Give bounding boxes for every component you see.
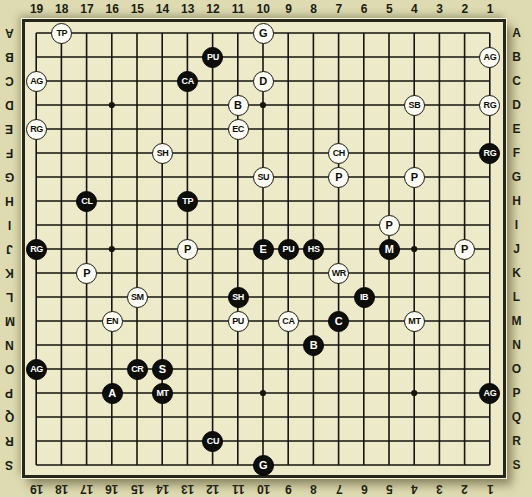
stone-label: AG bbox=[30, 365, 43, 374]
stone-label: RG bbox=[484, 101, 497, 110]
stone-black-C-7M[interactable]: C bbox=[328, 311, 349, 332]
file-labels-top: 19181716151413121110987654321 bbox=[24, 1, 503, 16]
coord-label: 1 bbox=[477, 1, 502, 16]
board-cell-7G: P bbox=[326, 165, 351, 189]
file-labels-bottom: 19181716151413121110987654321 bbox=[24, 481, 503, 496]
stone-white-WR-7K[interactable]: WR bbox=[328, 263, 349, 284]
coord-label: K bbox=[1, 261, 18, 285]
board-cell-7M: C bbox=[326, 309, 351, 333]
stone-white-CA-9M[interactable]: CA bbox=[278, 311, 299, 332]
coord-label: 12 bbox=[200, 1, 225, 16]
coord-label: 12 bbox=[200, 481, 225, 496]
stone-label: E bbox=[260, 244, 267, 255]
stone-black-A-16P[interactable]: A bbox=[102, 383, 123, 404]
board-cell-15L: SM bbox=[125, 285, 150, 309]
stone-label: RG bbox=[30, 245, 43, 254]
coord-label: O bbox=[508, 357, 525, 381]
stone-label: A bbox=[108, 388, 116, 399]
coord-label: 2 bbox=[452, 481, 477, 496]
board-cell-4D: SB bbox=[402, 93, 427, 117]
board-cell-4G: P bbox=[402, 165, 427, 189]
stone-white-P-17K[interactable]: P bbox=[76, 263, 97, 284]
board-cell-13J: P bbox=[175, 237, 200, 261]
board-cell-19J: RG bbox=[24, 237, 49, 261]
coord-label: O bbox=[1, 357, 18, 381]
coord-label: 18 bbox=[49, 481, 74, 496]
coord-label: 16 bbox=[100, 481, 125, 496]
coord-label: 11 bbox=[226, 481, 251, 496]
coord-label: A bbox=[508, 21, 525, 45]
stone-white-MT-4M[interactable]: MT bbox=[404, 311, 425, 332]
stone-black-HS-8J[interactable]: HS bbox=[303, 239, 324, 260]
stone-label: PU bbox=[207, 53, 219, 62]
coord-label: 8 bbox=[301, 1, 326, 16]
coord-label: S bbox=[1, 453, 18, 477]
board-cell-19C: AG bbox=[24, 69, 49, 93]
coord-label: 6 bbox=[351, 1, 376, 16]
stone-white-D-10C[interactable]: D bbox=[253, 71, 274, 92]
stone-label: IB bbox=[360, 293, 368, 302]
stone-label: G bbox=[259, 460, 268, 471]
stone-black-IB-6L[interactable]: IB bbox=[354, 287, 375, 308]
stone-black-SH-11L[interactable]: SH bbox=[228, 287, 249, 308]
board-cell-8J: HS bbox=[301, 237, 326, 261]
coord-label: R bbox=[508, 429, 525, 453]
board-cell-11L: SH bbox=[226, 285, 251, 309]
coord-label: K bbox=[508, 261, 525, 285]
coord-label: 14 bbox=[150, 1, 175, 16]
stone-label: SU bbox=[257, 173, 269, 182]
stone-black-PU-9J[interactable]: PU bbox=[278, 239, 299, 260]
coord-label: 3 bbox=[427, 1, 452, 16]
board-cell-10A: G bbox=[251, 21, 276, 45]
stone-black-CR-15O[interactable]: CR bbox=[127, 359, 148, 380]
coord-label: 3 bbox=[427, 481, 452, 496]
board-cell-1F: RG bbox=[477, 141, 502, 165]
stone-white-EC-11E[interactable]: EC bbox=[228, 119, 249, 140]
stone-label: CL bbox=[81, 197, 92, 206]
coord-label: Q bbox=[508, 405, 525, 429]
stone-label: HS bbox=[308, 245, 320, 254]
stone-label: B bbox=[234, 100, 242, 111]
coord-label: 10 bbox=[251, 1, 276, 16]
stone-black-CL-17H[interactable]: CL bbox=[76, 191, 97, 212]
board-cell-11E: EC bbox=[226, 117, 251, 141]
stone-label: M bbox=[385, 244, 394, 255]
stone-black-RG-19J[interactable]: RG bbox=[26, 239, 47, 260]
coord-label: N bbox=[508, 333, 525, 357]
board-cell-10G: SU bbox=[251, 165, 276, 189]
coord-label: B bbox=[1, 45, 18, 69]
coord-label: 15 bbox=[125, 481, 150, 496]
stone-label: P bbox=[335, 172, 342, 183]
stone-label: RG bbox=[30, 125, 43, 134]
stone-label: CU bbox=[207, 437, 219, 446]
stone-white-AG-19C[interactable]: AG bbox=[26, 71, 47, 92]
stone-white-AG-1B[interactable]: AG bbox=[479, 47, 500, 68]
board-cell-9M: CA bbox=[276, 309, 301, 333]
stone-label: SH bbox=[157, 149, 169, 158]
board-cell-14F: SH bbox=[150, 141, 175, 165]
stone-white-B-11D[interactable]: B bbox=[228, 95, 249, 116]
stone-label: CA bbox=[282, 317, 294, 326]
coord-label: 18 bbox=[49, 1, 74, 16]
coord-label: 9 bbox=[276, 1, 301, 16]
coord-label: C bbox=[508, 69, 525, 93]
board-cell-19O: AG bbox=[24, 357, 49, 381]
board-cell-13H: TP bbox=[175, 189, 200, 213]
stone-label: CH bbox=[333, 149, 345, 158]
stone-label: MT bbox=[156, 389, 168, 398]
coord-label: 7 bbox=[326, 1, 351, 16]
stone-label: PU bbox=[232, 317, 244, 326]
board-cell-7K: WR bbox=[326, 261, 351, 285]
board-cell-5J: M bbox=[377, 237, 402, 261]
stone-white-G-10A[interactable]: G bbox=[253, 23, 274, 44]
coord-label: D bbox=[508, 93, 525, 117]
stone-label: P bbox=[461, 244, 468, 255]
coord-label: 14 bbox=[150, 481, 175, 496]
coord-label: R bbox=[1, 429, 18, 453]
stone-label: RG bbox=[484, 149, 497, 158]
stone-label: AG bbox=[484, 389, 497, 398]
stone-black-CU-12R[interactable]: CU bbox=[202, 431, 223, 452]
stone-label: P bbox=[184, 244, 191, 255]
coord-label: C bbox=[1, 69, 18, 93]
stone-label: CA bbox=[182, 77, 194, 86]
coord-label: F bbox=[508, 141, 525, 165]
coord-label: 1 bbox=[477, 481, 502, 496]
coord-label: 4 bbox=[402, 481, 427, 496]
coord-label: E bbox=[508, 117, 525, 141]
coord-label: P bbox=[508, 381, 525, 405]
coord-label: 10 bbox=[251, 481, 276, 496]
stone-label: C bbox=[335, 316, 343, 327]
stone-black-PU-12B[interactable]: PU bbox=[202, 47, 223, 68]
stone-label: P bbox=[83, 268, 90, 279]
coord-label: N bbox=[1, 333, 18, 357]
board-cell-17K: P bbox=[74, 261, 99, 285]
stone-label: D bbox=[259, 76, 267, 87]
stone-label: P bbox=[411, 172, 418, 183]
coord-label: 13 bbox=[175, 481, 200, 496]
board-cell-12R: CU bbox=[200, 429, 225, 453]
board-cell-10S: G bbox=[251, 453, 276, 477]
stone-black-AG-1P[interactable]: AG bbox=[479, 383, 500, 404]
stone-black-CA-13C[interactable]: CA bbox=[177, 71, 198, 92]
coord-label: 19 bbox=[24, 481, 49, 496]
stone-black-S-14O[interactable]: S bbox=[152, 359, 173, 380]
stone-label: P bbox=[386, 220, 393, 231]
stone-black-B-8N[interactable]: B bbox=[303, 335, 324, 356]
coord-label: B bbox=[508, 45, 525, 69]
stone-white-CH-7F[interactable]: CH bbox=[328, 143, 349, 164]
stone-label: AG bbox=[30, 77, 43, 86]
board-cell-14O: S bbox=[150, 357, 175, 381]
stone-black-G-10S[interactable]: G bbox=[253, 455, 274, 476]
board-cell-4M: MT bbox=[402, 309, 427, 333]
stone-label: G bbox=[259, 28, 268, 39]
coord-label: H bbox=[508, 189, 525, 213]
stone-white-RG-19E[interactable]: RG bbox=[26, 119, 47, 140]
coord-label: P bbox=[1, 381, 18, 405]
stone-white-SM-15L[interactable]: SM bbox=[127, 287, 148, 308]
stone-black-E-10J[interactable]: E bbox=[253, 239, 274, 260]
coord-label: 17 bbox=[74, 1, 99, 16]
stone-black-RG-1F[interactable]: RG bbox=[479, 143, 500, 164]
coord-label: M bbox=[508, 309, 525, 333]
coord-label: J bbox=[508, 237, 525, 261]
board-cell-14P: MT bbox=[150, 381, 175, 405]
board-cell-9J: PU bbox=[276, 237, 301, 261]
coord-label: J bbox=[1, 237, 18, 261]
stone-white-RG-1D[interactable]: RG bbox=[479, 95, 500, 116]
coord-label: I bbox=[1, 213, 18, 237]
go-board[interactable]: TPGPUAGAGCADBSBRGRGECSHCHRGSUPPCLTPPRGPE… bbox=[22, 19, 506, 478]
board-cell-16M: EN bbox=[100, 309, 125, 333]
stone-white-P-5I[interactable]: P bbox=[379, 215, 400, 236]
coord-label: 5 bbox=[377, 481, 402, 496]
stone-label: TP bbox=[182, 197, 193, 206]
game-screen: 19181716151413121110987654321 1918171615… bbox=[0, 0, 532, 497]
coord-label: 8 bbox=[301, 481, 326, 496]
stones-layer: TPGPUAGAGCADBSBRGRGECSHCHRGSUPPCLTPPRGPE… bbox=[24, 21, 503, 477]
stone-white-P-7G[interactable]: P bbox=[328, 167, 349, 188]
stone-label: TP bbox=[56, 29, 67, 38]
board-cell-18A: TP bbox=[49, 21, 74, 45]
stone-white-EN-16M[interactable]: EN bbox=[102, 311, 123, 332]
board-cell-10C: D bbox=[251, 69, 276, 93]
board-cell-17H: CL bbox=[74, 189, 99, 213]
board-cell-10J: E bbox=[251, 237, 276, 261]
coord-label: G bbox=[1, 165, 18, 189]
board-cell-15O: CR bbox=[125, 357, 150, 381]
stone-white-P-2J[interactable]: P bbox=[454, 239, 475, 260]
stone-label: PU bbox=[283, 245, 295, 254]
coord-label: 19 bbox=[24, 1, 49, 16]
coord-label: 16 bbox=[100, 1, 125, 16]
board-cell-12B: PU bbox=[200, 45, 225, 69]
stone-black-MT-14P[interactable]: MT bbox=[152, 383, 173, 404]
board-cell-13C: CA bbox=[175, 69, 200, 93]
stone-label: SH bbox=[232, 293, 244, 302]
stone-white-P-13J[interactable]: P bbox=[177, 239, 198, 260]
board-cell-2J: P bbox=[452, 237, 477, 261]
stone-label: MT bbox=[408, 317, 420, 326]
coord-label: M bbox=[1, 309, 18, 333]
stone-label: WR bbox=[332, 269, 346, 278]
stone-white-SB-4D[interactable]: SB bbox=[404, 95, 425, 116]
coord-label: L bbox=[1, 285, 18, 309]
stone-label: SM bbox=[131, 293, 144, 302]
board-cell-5I: P bbox=[377, 213, 402, 237]
board-cell-1D: RG bbox=[477, 93, 502, 117]
coord-label: 17 bbox=[74, 481, 99, 496]
coord-label: 6 bbox=[351, 481, 376, 496]
coord-label: 11 bbox=[226, 1, 251, 16]
coord-label: E bbox=[1, 117, 18, 141]
coord-label: Q bbox=[1, 405, 18, 429]
stone-black-M-5J[interactable]: M bbox=[379, 239, 400, 260]
stone-white-PU-11M[interactable]: PU bbox=[228, 311, 249, 332]
coord-label: 4 bbox=[402, 1, 427, 16]
rank-labels-left: ABCDEFGHIJKLMNOPQRS bbox=[1, 21, 18, 477]
stone-black-TP-13H[interactable]: TP bbox=[177, 191, 198, 212]
stone-label: CR bbox=[131, 365, 143, 374]
coord-label: H bbox=[1, 189, 18, 213]
coord-label: S bbox=[508, 453, 525, 477]
coord-label: L bbox=[508, 285, 525, 309]
stone-label: S bbox=[159, 364, 166, 375]
stone-white-SH-14F[interactable]: SH bbox=[152, 143, 173, 164]
coord-label: 9 bbox=[276, 481, 301, 496]
coord-label: F bbox=[1, 141, 18, 165]
board-cell-11D: B bbox=[226, 93, 251, 117]
coord-label: D bbox=[1, 93, 18, 117]
stone-label: EN bbox=[106, 317, 118, 326]
board-cell-16P: A bbox=[100, 381, 125, 405]
board-cell-6L: IB bbox=[351, 285, 376, 309]
stone-label: SB bbox=[409, 101, 421, 110]
stone-white-TP-18A[interactable]: TP bbox=[51, 23, 72, 44]
board-cell-11M: PU bbox=[226, 309, 251, 333]
coord-label: 5 bbox=[377, 1, 402, 16]
coord-label: I bbox=[508, 213, 525, 237]
stone-label: EC bbox=[232, 125, 244, 134]
board-cell-7F: CH bbox=[326, 141, 351, 165]
stone-black-AG-19O[interactable]: AG bbox=[26, 359, 47, 380]
board-cell-1B: AG bbox=[477, 45, 502, 69]
coord-label: G bbox=[508, 165, 525, 189]
stone-white-P-4G[interactable]: P bbox=[404, 167, 425, 188]
board-cell-1P: AG bbox=[477, 381, 502, 405]
rank-labels-right: ABCDEFGHIJKLMNOPQRS bbox=[508, 21, 530, 477]
stone-label: AG bbox=[484, 53, 497, 62]
board-cell-8N: B bbox=[301, 333, 326, 357]
board-cell-19E: RG bbox=[24, 117, 49, 141]
stone-label: B bbox=[310, 340, 318, 351]
coord-label: 2 bbox=[452, 1, 477, 16]
coord-label: 13 bbox=[175, 1, 200, 16]
coord-label: 15 bbox=[125, 1, 150, 16]
coord-label: 7 bbox=[326, 481, 351, 496]
stone-white-SU-10G[interactable]: SU bbox=[253, 167, 274, 188]
coord-label: A bbox=[1, 21, 18, 45]
